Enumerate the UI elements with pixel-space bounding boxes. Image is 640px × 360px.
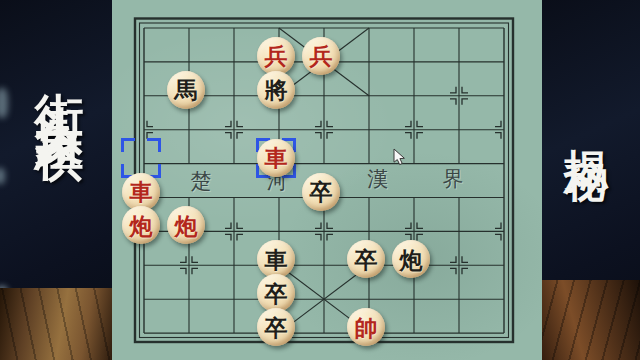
left-title: 街头象棋 — [27, 54, 93, 106]
piece-glyph: 兵 — [265, 44, 288, 67]
piece-glyph: 車 — [130, 180, 153, 203]
piece-glyph: 卒 — [265, 316, 288, 339]
bracket-corner — [147, 138, 161, 152]
last-move-marker — [121, 138, 161, 178]
piece-glyph: 車 — [265, 248, 288, 271]
screenshot-root: 楚河漢界 兵兵馬將車車卒炮炮車卒炮卒卒帥 街头象棋 揭秘 — [0, 0, 640, 360]
piece-black-soldier[interactable]: 卒 — [302, 173, 340, 211]
river-text-char: 界 — [443, 165, 464, 193]
river-text-char: 楚 — [191, 167, 212, 195]
chalk-smudge — [0, 168, 5, 184]
mouse-cursor-icon — [393, 148, 407, 167]
board-panel: 楚河漢界 兵兵馬將車車卒炮炮車卒炮卒卒帥 — [112, 0, 542, 360]
bracket-corner — [121, 138, 135, 152]
piece-glyph: 炮 — [175, 214, 198, 237]
piece-black-general[interactable]: 將 — [257, 71, 295, 109]
piece-glyph: 兵 — [310, 44, 333, 67]
piece-glyph: 馬 — [175, 78, 198, 101]
piece-red-chariot[interactable]: 車 — [257, 139, 295, 177]
right-title: 揭秘 — [558, 114, 617, 136]
wood-floor — [0, 288, 112, 360]
piece-red-soldier[interactable]: 兵 — [257, 37, 295, 75]
piece-glyph: 卒 — [355, 248, 378, 271]
piece-glyph: 卒 — [310, 180, 333, 203]
chalk-smudge — [0, 88, 8, 118]
wood-floor — [542, 280, 640, 360]
piece-glyph: 將 — [265, 78, 288, 101]
piece-black-horse[interactable]: 馬 — [167, 71, 205, 109]
piece-black-soldier[interactable]: 卒 — [257, 308, 295, 346]
river-text-char: 漢 — [368, 165, 389, 193]
piece-red-general[interactable]: 帥 — [347, 308, 385, 346]
piece-red-soldier[interactable]: 兵 — [302, 37, 340, 75]
piece-glyph: 卒 — [265, 282, 288, 305]
piece-red-chariot[interactable]: 車 — [122, 173, 160, 211]
right-panel — [542, 0, 640, 360]
piece-glyph: 帥 — [355, 316, 378, 339]
piece-glyph: 車 — [265, 146, 288, 169]
piece-black-soldier[interactable]: 卒 — [257, 274, 295, 312]
piece-glyph: 炮 — [130, 214, 153, 237]
piece-glyph: 炮 — [400, 248, 423, 271]
